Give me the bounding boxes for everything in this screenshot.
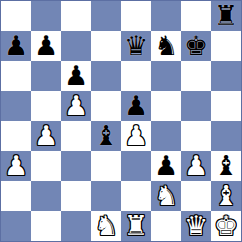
square-a7[interactable]: ♟ (1, 31, 31, 61)
square-d6[interactable] (91, 61, 121, 91)
square-h6[interactable] (211, 61, 241, 91)
square-a8[interactable] (1, 1, 31, 31)
square-f2[interactable]: ♞ (151, 181, 181, 211)
square-d1[interactable]: ♞ (91, 211, 121, 241)
chess-board: ♜♟♟♛♞♚♟♟♟♟♝♟♟♟♟♝♞♝♞♜♛♚ (0, 0, 242, 242)
square-a4[interactable] (1, 121, 31, 151)
square-g7[interactable]: ♚ (181, 31, 211, 61)
square-e3[interactable] (121, 151, 151, 181)
square-h7[interactable] (211, 31, 241, 61)
square-c2[interactable] (61, 181, 91, 211)
piece-white-pawn[interactable]: ♟ (184, 151, 208, 181)
square-f6[interactable] (151, 61, 181, 91)
piece-black-pawn[interactable]: ♟ (124, 91, 148, 121)
piece-black-pawn[interactable]: ♟ (34, 31, 58, 61)
square-b5[interactable] (31, 91, 61, 121)
square-a6[interactable] (1, 61, 31, 91)
piece-white-pawn[interactable]: ♟ (124, 121, 148, 151)
square-h4[interactable] (211, 121, 241, 151)
piece-black-king[interactable]: ♚ (184, 31, 208, 61)
square-b6[interactable] (31, 61, 61, 91)
square-g6[interactable] (181, 61, 211, 91)
square-h2[interactable]: ♝ (211, 181, 241, 211)
square-g4[interactable] (181, 121, 211, 151)
piece-black-pawn[interactable]: ♟ (154, 151, 178, 181)
square-f7[interactable]: ♞ (151, 31, 181, 61)
square-e7[interactable]: ♛ (121, 31, 151, 61)
square-f5[interactable] (151, 91, 181, 121)
square-c8[interactable] (61, 1, 91, 31)
piece-black-pawn[interactable]: ♟ (4, 31, 28, 61)
piece-white-king[interactable]: ♚ (214, 211, 238, 241)
square-d8[interactable] (91, 1, 121, 31)
square-e6[interactable] (121, 61, 151, 91)
square-b2[interactable] (31, 181, 61, 211)
square-c3[interactable] (61, 151, 91, 181)
piece-black-pawn[interactable]: ♟ (64, 61, 88, 91)
chess-board-container: ♜♟♟♛♞♚♟♟♟♟♝♟♟♟♟♝♞♝♞♜♛♚ (0, 0, 242, 242)
piece-white-pawn[interactable]: ♟ (34, 121, 58, 151)
square-d5[interactable] (91, 91, 121, 121)
piece-black-bishop[interactable]: ♝ (214, 151, 238, 181)
square-e8[interactable] (121, 1, 151, 31)
piece-white-bishop[interactable]: ♝ (214, 181, 238, 211)
square-f1[interactable] (151, 211, 181, 241)
square-b4[interactable]: ♟ (31, 121, 61, 151)
square-f3[interactable]: ♟ (151, 151, 181, 181)
square-d3[interactable] (91, 151, 121, 181)
square-c1[interactable] (61, 211, 91, 241)
square-h1[interactable]: ♚ (211, 211, 241, 241)
square-a3[interactable]: ♟ (1, 151, 31, 181)
square-a2[interactable] (1, 181, 31, 211)
square-g3[interactable]: ♟ (181, 151, 211, 181)
square-e4[interactable]: ♟ (121, 121, 151, 151)
piece-white-knight[interactable]: ♞ (154, 181, 178, 211)
piece-black-queen[interactable]: ♛ (124, 31, 148, 61)
square-h3[interactable]: ♝ (211, 151, 241, 181)
square-g2[interactable] (181, 181, 211, 211)
square-d2[interactable] (91, 181, 121, 211)
square-g1[interactable]: ♛ (181, 211, 211, 241)
square-f8[interactable] (151, 1, 181, 31)
square-h5[interactable] (211, 91, 241, 121)
square-d4[interactable]: ♝ (91, 121, 121, 151)
piece-white-knight[interactable]: ♞ (94, 211, 118, 241)
piece-white-queen[interactable]: ♛ (184, 211, 208, 241)
square-b8[interactable] (31, 1, 61, 31)
square-c7[interactable] (61, 31, 91, 61)
square-c6[interactable]: ♟ (61, 61, 91, 91)
square-c5[interactable]: ♟ (61, 91, 91, 121)
square-g8[interactable] (181, 1, 211, 31)
square-b7[interactable]: ♟ (31, 31, 61, 61)
square-h8[interactable]: ♜ (211, 1, 241, 31)
square-a5[interactable] (1, 91, 31, 121)
piece-white-pawn[interactable]: ♟ (4, 151, 28, 181)
square-b1[interactable] (31, 211, 61, 241)
square-a1[interactable] (1, 211, 31, 241)
piece-black-knight[interactable]: ♞ (154, 31, 178, 61)
square-e2[interactable] (121, 181, 151, 211)
square-e5[interactable]: ♟ (121, 91, 151, 121)
piece-white-rook[interactable]: ♜ (124, 211, 148, 241)
square-g5[interactable] (181, 91, 211, 121)
square-f4[interactable] (151, 121, 181, 151)
square-c4[interactable] (61, 121, 91, 151)
square-e1[interactable]: ♜ (121, 211, 151, 241)
square-d7[interactable] (91, 31, 121, 61)
square-b3[interactable] (31, 151, 61, 181)
piece-white-pawn[interactable]: ♟ (64, 91, 88, 121)
piece-black-rook[interactable]: ♜ (214, 1, 238, 31)
piece-black-bishop[interactable]: ♝ (94, 121, 118, 151)
